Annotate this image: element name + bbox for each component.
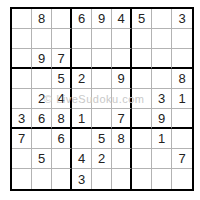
sudoku-cell-given[interactable]: 7 (12, 129, 32, 149)
sudoku-board-container: © LiveSudoku.com 86945397529824313681797… (10, 7, 194, 191)
sudoku-cell-empty[interactable] (12, 29, 32, 49)
sudoku-cell-empty[interactable] (172, 49, 192, 69)
sudoku-cell-empty[interactable] (12, 169, 32, 189)
sudoku-cell-empty[interactable] (152, 49, 172, 69)
sudoku-cell-empty[interactable] (132, 149, 152, 169)
sudoku-cell-empty[interactable] (72, 89, 92, 109)
sudoku-cell-given[interactable]: 4 (112, 9, 132, 29)
sudoku-cell-empty[interactable] (72, 29, 92, 49)
sudoku-cell-given[interactable]: 9 (112, 69, 132, 89)
sudoku-cell-empty[interactable] (132, 169, 152, 189)
sudoku-cell-empty[interactable] (92, 29, 112, 49)
sudoku-cell-given[interactable]: 9 (92, 9, 112, 29)
sudoku-cell-given[interactable]: 3 (72, 169, 92, 189)
sudoku-cell-empty[interactable] (52, 169, 72, 189)
sudoku-cell-empty[interactable] (172, 109, 192, 129)
sudoku-cell-empty[interactable] (132, 129, 152, 149)
sudoku-cell-given[interactable]: 4 (72, 149, 92, 169)
sudoku-cell-empty[interactable] (152, 29, 172, 49)
sudoku-cell-given[interactable]: 9 (152, 109, 172, 129)
sudoku-cell-empty[interactable] (92, 69, 112, 89)
sudoku-cell-given[interactable]: 9 (32, 49, 52, 69)
sudoku-cell-given[interactable]: 7 (172, 149, 192, 169)
sudoku-cell-given[interactable]: 2 (72, 69, 92, 89)
sudoku-cell-given[interactable]: 6 (72, 9, 92, 29)
sudoku-cell-given[interactable]: 4 (52, 89, 72, 109)
sudoku-cell-given[interactable]: 1 (72, 109, 92, 129)
sudoku-cell-empty[interactable] (132, 89, 152, 109)
sudoku-cell-empty[interactable] (152, 9, 172, 29)
sudoku-cell-empty[interactable] (12, 149, 32, 169)
sudoku-cell-empty[interactable] (132, 29, 152, 49)
sudoku-cell-empty[interactable] (152, 149, 172, 169)
sudoku-cell-empty[interactable] (12, 49, 32, 69)
sudoku-cell-empty[interactable] (32, 29, 52, 49)
sudoku-cell-given[interactable]: 6 (52, 129, 72, 149)
sudoku-cell-given[interactable]: 5 (32, 149, 52, 169)
sudoku-cell-empty[interactable] (72, 49, 92, 69)
sudoku-cell-given[interactable]: 7 (52, 49, 72, 69)
sudoku-cell-given[interactable]: 7 (112, 109, 132, 129)
sudoku-cell-given[interactable]: 5 (92, 129, 112, 149)
sudoku-cell-empty[interactable] (172, 29, 192, 49)
sudoku-cell-given[interactable]: 2 (32, 89, 52, 109)
sudoku-cell-given[interactable]: 3 (12, 109, 32, 129)
sudoku-cell-given[interactable]: 5 (132, 9, 152, 29)
sudoku-cell-empty[interactable] (112, 149, 132, 169)
sudoku-cell-given[interactable]: 8 (32, 9, 52, 29)
sudoku-cell-empty[interactable] (12, 9, 32, 29)
sudoku-cell-empty[interactable] (152, 169, 172, 189)
sudoku-cell-given[interactable]: 6 (32, 109, 52, 129)
sudoku-cell-empty[interactable] (112, 49, 132, 69)
sudoku-cell-empty[interactable] (92, 109, 112, 129)
sudoku-cell-empty[interactable] (92, 49, 112, 69)
sudoku-cell-empty[interactable] (32, 129, 52, 149)
sudoku-cell-given[interactable]: 3 (152, 89, 172, 109)
sudoku-cell-empty[interactable] (112, 169, 132, 189)
sudoku-cell-empty[interactable] (52, 29, 72, 49)
sudoku-cell-empty[interactable] (32, 169, 52, 189)
sudoku-cell-given[interactable]: 8 (172, 69, 192, 89)
sudoku-cell-empty[interactable] (132, 49, 152, 69)
sudoku-cell-given[interactable]: 5 (52, 69, 72, 89)
sudoku-cell-given[interactable]: 1 (152, 129, 172, 149)
sudoku-cell-empty[interactable] (92, 89, 112, 109)
sudoku-cell-empty[interactable] (72, 129, 92, 149)
sudoku-cell-empty[interactable] (172, 129, 192, 149)
sudoku-cell-empty[interactable] (32, 69, 52, 89)
sudoku-cell-empty[interactable] (132, 69, 152, 89)
sudoku-cell-empty[interactable] (152, 69, 172, 89)
sudoku-cell-empty[interactable] (132, 109, 152, 129)
sudoku-cell-empty[interactable] (112, 29, 132, 49)
sudoku-board: © LiveSudoku.com 86945397529824313681797… (10, 7, 194, 191)
sudoku-cell-given[interactable]: 3 (172, 9, 192, 29)
sudoku-cell-empty[interactable] (52, 9, 72, 29)
sudoku-cell-empty[interactable] (52, 149, 72, 169)
sudoku-cell-given[interactable]: 8 (52, 109, 72, 129)
sudoku-cell-empty[interactable] (92, 169, 112, 189)
sudoku-cell-empty[interactable] (12, 69, 32, 89)
sudoku-cell-empty[interactable] (112, 89, 132, 109)
sudoku-cell-given[interactable]: 1 (172, 89, 192, 109)
sudoku-cell-given[interactable]: 2 (92, 149, 112, 169)
sudoku-cell-given[interactable]: 8 (112, 129, 132, 149)
sudoku-cell-empty[interactable] (12, 89, 32, 109)
sudoku-cell-empty[interactable] (172, 169, 192, 189)
